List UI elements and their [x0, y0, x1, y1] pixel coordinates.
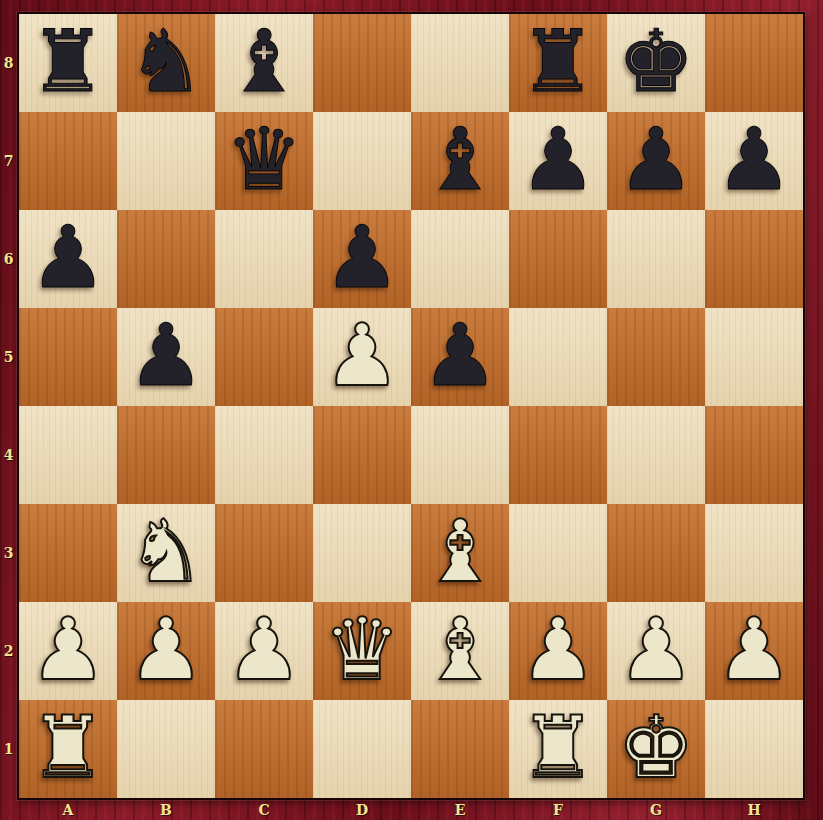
board-outline: ♜♞♝♜♚♛♝♟♟♟♟♟♟♟♟♞♝♟♟♟♛♝♟♟♟♜♜♚ — [17, 12, 805, 800]
square-d4[interactable] — [313, 406, 411, 504]
square-a4[interactable] — [19, 406, 117, 504]
white-rook-f1: ♜ — [519, 704, 596, 790]
square-a7[interactable] — [19, 112, 117, 210]
square-h7[interactable]: ♟ — [705, 112, 803, 210]
square-b3[interactable]: ♞ — [117, 504, 215, 602]
square-g8[interactable]: ♚ — [607, 14, 705, 112]
square-h6[interactable] — [705, 210, 803, 308]
rank-label-3: 3 — [0, 504, 17, 602]
file-label-d: D — [313, 799, 411, 820]
square-b2[interactable]: ♟ — [117, 602, 215, 700]
square-f3[interactable] — [509, 504, 607, 602]
white-pawn-d5: ♟ — [323, 312, 400, 398]
square-e2[interactable]: ♝ — [411, 602, 509, 700]
square-c3[interactable] — [215, 504, 313, 602]
rank-label-1: 1 — [0, 700, 17, 798]
white-bishop-e2: ♝ — [421, 606, 498, 692]
rank-label-6: 6 — [0, 210, 17, 308]
file-label-b: B — [117, 799, 215, 820]
black-bishop-e7: ♝ — [421, 116, 498, 202]
square-e4[interactable] — [411, 406, 509, 504]
black-queen-c7: ♛ — [225, 116, 302, 202]
square-c5[interactable] — [215, 308, 313, 406]
square-f4[interactable] — [509, 406, 607, 504]
square-e3[interactable]: ♝ — [411, 504, 509, 602]
file-label-f: F — [509, 799, 607, 820]
square-h2[interactable]: ♟ — [705, 602, 803, 700]
white-pawn-c2: ♟ — [225, 606, 302, 692]
black-knight-b8: ♞ — [127, 18, 204, 104]
black-pawn-b5: ♟ — [127, 312, 204, 398]
square-f5[interactable] — [509, 308, 607, 406]
square-h3[interactable] — [705, 504, 803, 602]
square-b8[interactable]: ♞ — [117, 14, 215, 112]
square-g5[interactable] — [607, 308, 705, 406]
square-f6[interactable] — [509, 210, 607, 308]
square-f1[interactable]: ♜ — [509, 700, 607, 798]
black-pawn-e5: ♟ — [421, 312, 498, 398]
square-h8[interactable] — [705, 14, 803, 112]
square-a1[interactable]: ♜ — [19, 700, 117, 798]
square-c1[interactable] — [215, 700, 313, 798]
square-g2[interactable]: ♟ — [607, 602, 705, 700]
file-label-g: G — [607, 799, 705, 820]
square-g4[interactable] — [607, 406, 705, 504]
black-king-g8: ♚ — [617, 18, 694, 104]
square-g7[interactable]: ♟ — [607, 112, 705, 210]
square-f2[interactable]: ♟ — [509, 602, 607, 700]
black-pawn-f7: ♟ — [519, 116, 596, 202]
square-c7[interactable]: ♛ — [215, 112, 313, 210]
square-f8[interactable]: ♜ — [509, 14, 607, 112]
square-c2[interactable]: ♟ — [215, 602, 313, 700]
square-e5[interactable]: ♟ — [411, 308, 509, 406]
square-d6[interactable]: ♟ — [313, 210, 411, 308]
square-h4[interactable] — [705, 406, 803, 504]
chess-board-grid: ♜♞♝♜♚♛♝♟♟♟♟♟♟♟♟♞♝♟♟♟♛♝♟♟♟♜♜♚ — [19, 14, 803, 798]
square-a8[interactable]: ♜ — [19, 14, 117, 112]
chess-board: ♜♞♝♜♚♛♝♟♟♟♟♟♟♟♟♞♝♟♟♟♛♝♟♟♟♜♜♚ 87654321 AB… — [0, 0, 823, 820]
black-pawn-d6: ♟ — [323, 214, 400, 300]
square-a5[interactable] — [19, 308, 117, 406]
square-d2[interactable]: ♛ — [313, 602, 411, 700]
black-bishop-c8: ♝ — [225, 18, 302, 104]
square-b1[interactable] — [117, 700, 215, 798]
file-label-h: H — [705, 799, 803, 820]
square-h5[interactable] — [705, 308, 803, 406]
square-c8[interactable]: ♝ — [215, 14, 313, 112]
square-h1[interactable] — [705, 700, 803, 798]
square-d7[interactable] — [313, 112, 411, 210]
white-pawn-g2: ♟ — [617, 606, 694, 692]
white-knight-b3: ♞ — [127, 508, 204, 594]
black-pawn-h7: ♟ — [715, 116, 792, 202]
square-f7[interactable]: ♟ — [509, 112, 607, 210]
square-a3[interactable] — [19, 504, 117, 602]
white-pawn-h2: ♟ — [715, 606, 792, 692]
square-c6[interactable] — [215, 210, 313, 308]
square-a2[interactable]: ♟ — [19, 602, 117, 700]
white-pawn-a2: ♟ — [29, 606, 106, 692]
black-rook-f8: ♜ — [519, 18, 596, 104]
white-pawn-b2: ♟ — [127, 606, 204, 692]
rank-label-2: 2 — [0, 602, 17, 700]
square-a6[interactable]: ♟ — [19, 210, 117, 308]
white-rook-a1: ♜ — [29, 704, 106, 790]
black-rook-a8: ♜ — [29, 18, 106, 104]
square-g3[interactable] — [607, 504, 705, 602]
white-king-g1: ♚ — [617, 704, 694, 790]
file-label-c: C — [215, 799, 313, 820]
square-e7[interactable]: ♝ — [411, 112, 509, 210]
rank-label-8: 8 — [0, 14, 17, 112]
rank-label-5: 5 — [0, 308, 17, 406]
square-b6[interactable] — [117, 210, 215, 308]
square-d5[interactable]: ♟ — [313, 308, 411, 406]
file-label-e: E — [411, 799, 509, 820]
file-label-a: A — [19, 799, 117, 820]
white-queen-d2: ♛ — [323, 606, 400, 692]
square-d3[interactable] — [313, 504, 411, 602]
square-c4[interactable] — [215, 406, 313, 504]
square-d1[interactable] — [313, 700, 411, 798]
square-d8[interactable] — [313, 14, 411, 112]
white-bishop-e3: ♝ — [421, 508, 498, 594]
white-pawn-f2: ♟ — [519, 606, 596, 692]
rank-label-4: 4 — [0, 406, 17, 504]
square-b7[interactable] — [117, 112, 215, 210]
black-pawn-g7: ♟ — [617, 116, 694, 202]
square-e8[interactable] — [411, 14, 509, 112]
square-e6[interactable] — [411, 210, 509, 308]
rank-label-7: 7 — [0, 112, 17, 210]
square-b4[interactable] — [117, 406, 215, 504]
square-g6[interactable] — [607, 210, 705, 308]
square-b5[interactable]: ♟ — [117, 308, 215, 406]
square-e1[interactable] — [411, 700, 509, 798]
square-g1[interactable]: ♚ — [607, 700, 705, 798]
black-pawn-a6: ♟ — [29, 214, 106, 300]
